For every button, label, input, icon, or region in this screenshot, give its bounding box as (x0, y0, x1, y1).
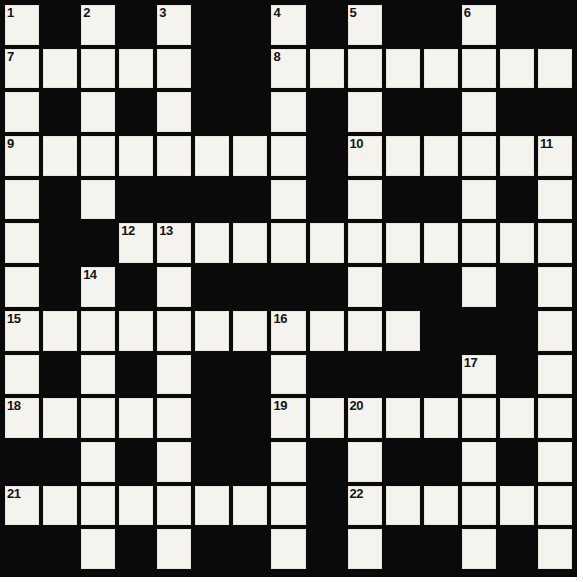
cell-r5c8[interactable] (310, 223, 344, 263)
cell-r3c1[interactable] (43, 136, 77, 176)
clue-number: 5 (350, 5, 357, 20)
block-r5c2 (81, 223, 115, 263)
cell-r9c2[interactable] (81, 398, 115, 438)
block-r7c11 (424, 311, 458, 351)
cell-r10c9[interactable] (348, 442, 382, 482)
cell-r0c7[interactable]: 4 (271, 5, 305, 45)
cell-r3c9[interactable]: 10 (348, 136, 382, 176)
block-r10c0 (5, 442, 39, 482)
block-r8c6 (233, 355, 267, 395)
cell-r1c11[interactable] (424, 49, 458, 89)
cell-r4c0[interactable] (5, 180, 39, 220)
cell-r2c12[interactable] (462, 92, 496, 132)
block-r8c9 (348, 355, 382, 395)
block-r12c0 (5, 529, 39, 569)
cell-r1c9[interactable] (348, 49, 382, 89)
cell-r5c10[interactable] (386, 223, 420, 263)
block-r12c11 (424, 529, 458, 569)
cell-r9c11[interactable] (424, 398, 458, 438)
block-r12c13 (500, 529, 534, 569)
block-r10c10 (386, 442, 420, 482)
cell-r5c14[interactable] (538, 223, 572, 263)
cell-r2c7[interactable] (271, 92, 305, 132)
cell-r4c2[interactable] (81, 180, 115, 220)
cell-r3c5[interactable] (195, 136, 229, 176)
cell-r8c7[interactable] (271, 355, 305, 395)
cell-r11c9[interactable]: 22 (348, 486, 382, 526)
cell-r12c4[interactable] (157, 529, 191, 569)
cell-r3c4[interactable] (157, 136, 191, 176)
block-r4c13 (500, 180, 534, 220)
block-r8c13 (500, 355, 534, 395)
clue-number: 13 (159, 223, 172, 238)
cell-r6c14[interactable] (538, 267, 572, 307)
block-r2c11 (424, 92, 458, 132)
block-r6c3 (119, 267, 153, 307)
cell-r7c8[interactable] (310, 311, 344, 351)
cell-r11c7[interactable] (271, 486, 305, 526)
cell-r1c7[interactable]: 8 (271, 49, 305, 89)
block-r0c1 (43, 5, 77, 45)
cell-r11c3[interactable] (119, 486, 153, 526)
cell-r9c4[interactable] (157, 398, 191, 438)
block-r0c6 (233, 5, 267, 45)
block-r8c10 (386, 355, 420, 395)
cell-r12c12[interactable] (462, 529, 496, 569)
block-r12c3 (119, 529, 153, 569)
cell-r12c9[interactable] (348, 529, 382, 569)
cell-r6c2[interactable]: 14 (81, 267, 115, 307)
clue-number: 6 (464, 5, 471, 20)
cell-r11c4[interactable] (157, 486, 191, 526)
block-r8c1 (43, 355, 77, 395)
block-r4c5 (195, 180, 229, 220)
cell-r11c0[interactable]: 21 (5, 486, 39, 526)
cell-r12c14[interactable] (538, 529, 572, 569)
cell-r4c12[interactable] (462, 180, 496, 220)
block-r7c13 (500, 311, 534, 351)
cell-r11c11[interactable] (424, 486, 458, 526)
block-r2c14 (538, 92, 572, 132)
block-r10c6 (233, 442, 267, 482)
cell-r10c12[interactable] (462, 442, 496, 482)
cell-r7c10[interactable] (386, 311, 420, 351)
block-r6c5 (195, 267, 229, 307)
cell-r1c3[interactable] (119, 49, 153, 89)
block-r10c11 (424, 442, 458, 482)
cell-r7c1[interactable] (43, 311, 77, 351)
cell-r9c13[interactable] (500, 398, 534, 438)
clue-number: 19 (273, 398, 286, 413)
block-r2c8 (310, 92, 344, 132)
block-r11c8 (310, 486, 344, 526)
block-r10c3 (119, 442, 153, 482)
cell-r8c4[interactable] (157, 355, 191, 395)
cell-r9c9[interactable]: 20 (348, 398, 382, 438)
block-r0c11 (424, 5, 458, 45)
cell-r5c3[interactable]: 12 (119, 223, 153, 263)
block-r12c6 (233, 529, 267, 569)
block-r12c10 (386, 529, 420, 569)
block-r2c5 (195, 92, 229, 132)
crossword-page: 12345678910111213141516171819202122 (0, 0, 583, 582)
cell-r1c1[interactable] (43, 49, 77, 89)
cell-r5c5[interactable] (195, 223, 229, 263)
block-r0c5 (195, 5, 229, 45)
block-r4c10 (386, 180, 420, 220)
block-r2c3 (119, 92, 153, 132)
block-r4c11 (424, 180, 458, 220)
cell-r7c9[interactable] (348, 311, 382, 351)
cell-r5c13[interactable] (500, 223, 534, 263)
cell-r0c9[interactable]: 5 (348, 5, 382, 45)
cell-r6c4[interactable] (157, 267, 191, 307)
block-r9c6 (233, 398, 267, 438)
cell-r7c14[interactable] (538, 311, 572, 351)
cell-r11c13[interactable] (500, 486, 534, 526)
cell-r3c12[interactable] (462, 136, 496, 176)
cell-r9c0[interactable]: 18 (5, 398, 39, 438)
cell-r3c13[interactable] (500, 136, 534, 176)
cell-r5c4[interactable]: 13 (157, 223, 191, 263)
clue-number: 18 (7, 398, 20, 413)
clue-number: 1 (7, 5, 14, 20)
cell-r7c0[interactable]: 15 (5, 311, 39, 351)
cell-r4c9[interactable] (348, 180, 382, 220)
block-r4c4 (157, 180, 191, 220)
cell-r6c0[interactable] (5, 267, 39, 307)
block-r5c1 (43, 223, 77, 263)
cell-r5c12[interactable] (462, 223, 496, 263)
cell-r12c7[interactable] (271, 529, 305, 569)
cell-r7c7[interactable]: 16 (271, 311, 305, 351)
cell-r3c0[interactable]: 9 (5, 136, 39, 176)
block-r6c1 (43, 267, 77, 307)
cell-r7c4[interactable] (157, 311, 191, 351)
cell-r0c4[interactable]: 3 (157, 5, 191, 45)
cell-r5c0[interactable] (5, 223, 39, 263)
cell-r5c11[interactable] (424, 223, 458, 263)
cell-r8c2[interactable] (81, 355, 115, 395)
clue-number: 7 (7, 49, 14, 64)
cell-r3c6[interactable] (233, 136, 267, 176)
clue-number: 10 (350, 136, 363, 151)
cell-r3c3[interactable] (119, 136, 153, 176)
block-r9c5 (195, 398, 229, 438)
clue-number: 8 (273, 49, 280, 64)
cell-r10c2[interactable] (81, 442, 115, 482)
block-r10c1 (43, 442, 77, 482)
block-r2c1 (43, 92, 77, 132)
cell-r4c14[interactable] (538, 180, 572, 220)
cell-r5c9[interactable] (348, 223, 382, 263)
cell-r11c1[interactable] (43, 486, 77, 526)
cell-r11c5[interactable] (195, 486, 229, 526)
block-r4c1 (43, 180, 77, 220)
cell-r1c4[interactable] (157, 49, 191, 89)
block-r2c13 (500, 92, 534, 132)
cell-r10c4[interactable] (157, 442, 191, 482)
cell-r0c2[interactable]: 2 (81, 5, 115, 45)
cell-r3c14[interactable]: 11 (538, 136, 572, 176)
cell-r1c8[interactable] (310, 49, 344, 89)
cell-r9c12[interactable] (462, 398, 496, 438)
cell-r12c2[interactable] (81, 529, 115, 569)
cell-r8c0[interactable] (5, 355, 39, 395)
block-r4c8 (310, 180, 344, 220)
cell-r11c6[interactable] (233, 486, 267, 526)
block-r1c5 (195, 49, 229, 89)
cell-r11c2[interactable] (81, 486, 115, 526)
cell-r9c3[interactable] (119, 398, 153, 438)
block-r6c13 (500, 267, 534, 307)
block-r0c8 (310, 5, 344, 45)
block-r8c11 (424, 355, 458, 395)
cell-r5c6[interactable] (233, 223, 267, 263)
block-r6c10 (386, 267, 420, 307)
cell-r3c7[interactable] (271, 136, 305, 176)
block-r6c6 (233, 267, 267, 307)
block-r1c6 (233, 49, 267, 89)
clue-number: 22 (350, 486, 363, 501)
block-r0c14 (538, 5, 572, 45)
cell-r7c2[interactable] (81, 311, 115, 351)
cell-r10c14[interactable] (538, 442, 572, 482)
cell-r6c9[interactable] (348, 267, 382, 307)
block-r4c3 (119, 180, 153, 220)
block-r6c7 (271, 267, 305, 307)
block-r0c3 (119, 5, 153, 45)
cell-r1c12[interactable] (462, 49, 496, 89)
clue-number: 12 (121, 223, 134, 238)
block-r3c8 (310, 136, 344, 176)
cell-r0c12[interactable]: 6 (462, 5, 496, 45)
block-r12c1 (43, 529, 77, 569)
cell-r11c10[interactable] (386, 486, 420, 526)
cell-r3c11[interactable] (424, 136, 458, 176)
cell-r9c1[interactable] (43, 398, 77, 438)
block-r2c10 (386, 92, 420, 132)
block-r12c5 (195, 529, 229, 569)
block-r7c12 (462, 311, 496, 351)
clue-number: 2 (83, 5, 90, 20)
crossword-board: 12345678910111213141516171819202122 (0, 0, 577, 577)
clue-number: 14 (83, 267, 96, 282)
cell-r3c2[interactable] (81, 136, 115, 176)
block-r6c8 (310, 267, 344, 307)
cell-r1c14[interactable] (538, 49, 572, 89)
cell-r7c5[interactable] (195, 311, 229, 351)
block-r2c6 (233, 92, 267, 132)
cell-r2c9[interactable] (348, 92, 382, 132)
cell-r4c7[interactable] (271, 180, 305, 220)
block-r8c5 (195, 355, 229, 395)
clue-number: 4 (273, 5, 280, 20)
block-r10c13 (500, 442, 534, 482)
block-r6c11 (424, 267, 458, 307)
cell-r7c6[interactable] (233, 311, 267, 351)
clue-number: 16 (273, 311, 286, 326)
block-r0c10 (386, 5, 420, 45)
block-r10c5 (195, 442, 229, 482)
cell-r5c7[interactable] (271, 223, 305, 263)
block-r10c8 (310, 442, 344, 482)
cell-r3c10[interactable] (386, 136, 420, 176)
block-r0c13 (500, 5, 534, 45)
cell-r7c3[interactable] (119, 311, 153, 351)
clue-number: 21 (7, 486, 20, 501)
cell-r2c2[interactable] (81, 92, 115, 132)
clue-number: 20 (350, 398, 363, 413)
cell-r8c14[interactable] (538, 355, 572, 395)
cell-r2c4[interactable] (157, 92, 191, 132)
block-r12c8 (310, 529, 344, 569)
cell-r2c0[interactable] (5, 92, 39, 132)
cell-r11c14[interactable] (538, 486, 572, 526)
cell-r1c0[interactable]: 7 (5, 49, 39, 89)
clue-number: 3 (159, 5, 166, 20)
clue-number: 17 (464, 355, 477, 370)
cell-r9c8[interactable] (310, 398, 344, 438)
cell-r9c14[interactable] (538, 398, 572, 438)
block-r8c3 (119, 355, 153, 395)
clue-number: 9 (7, 136, 14, 151)
clue-number: 11 (540, 136, 553, 151)
cell-r9c7[interactable]: 19 (271, 398, 305, 438)
cell-r1c13[interactable] (500, 49, 534, 89)
block-r4c6 (233, 180, 267, 220)
clue-number: 15 (7, 311, 20, 326)
cell-r9c10[interactable] (386, 398, 420, 438)
cell-r10c7[interactable] (271, 442, 305, 482)
cell-r1c2[interactable] (81, 49, 115, 89)
block-r8c8 (310, 355, 344, 395)
cell-r1c10[interactable] (386, 49, 420, 89)
cell-r8c12[interactable]: 17 (462, 355, 496, 395)
cell-r11c12[interactable] (462, 486, 496, 526)
cell-r6c12[interactable] (462, 267, 496, 307)
cell-r0c0[interactable]: 1 (5, 5, 39, 45)
